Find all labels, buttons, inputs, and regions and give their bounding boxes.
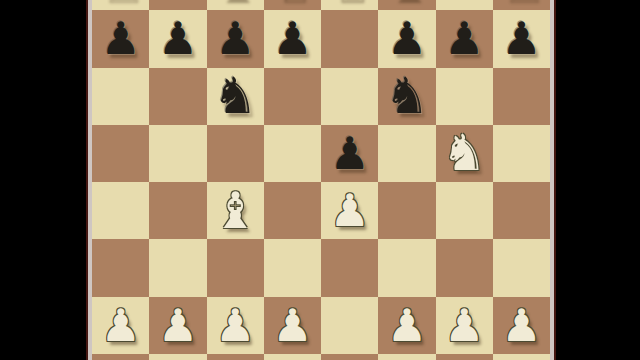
video-frame: ♜♝♛♚♝♜♟♟♟♟♟♟♟♞♞♟♞♝♟♟♟♟♟♟♟♟♜♞♝♛♚♜ <box>0 0 640 360</box>
piece-black-knight-f6[interactable]: ♞ <box>384 71 429 121</box>
square-c6[interactable]: ♞ <box>207 68 264 125</box>
square-f1[interactable] <box>378 354 435 360</box>
piece-white-knight-g5[interactable]: ♞ <box>442 128 487 178</box>
square-g2[interactable]: ♟ <box>436 297 493 354</box>
square-e2[interactable] <box>321 297 378 354</box>
square-e5[interactable]: ♟ <box>321 125 378 182</box>
square-b6[interactable] <box>149 68 206 125</box>
square-f5[interactable] <box>378 125 435 182</box>
square-d4[interactable] <box>264 182 321 239</box>
square-h6[interactable] <box>493 68 550 125</box>
square-b3[interactable] <box>149 239 206 296</box>
piece-black-pawn-c7[interactable]: ♟ <box>215 16 255 61</box>
square-e1[interactable]: ♚ <box>321 354 378 360</box>
square-d3[interactable] <box>264 239 321 296</box>
square-h7[interactable]: ♟ <box>493 10 550 67</box>
square-c8[interactable]: ♝ <box>207 0 264 10</box>
piece-black-pawn-d7[interactable]: ♟ <box>272 16 312 61</box>
piece-white-bishop-c4[interactable]: ♝ <box>213 186 258 236</box>
piece-black-pawn-g7[interactable]: ♟ <box>444 16 484 61</box>
square-g7[interactable]: ♟ <box>436 10 493 67</box>
square-f2[interactable]: ♟ <box>378 297 435 354</box>
square-h8[interactable]: ♜ <box>493 0 550 10</box>
square-b1[interactable]: ♞ <box>149 354 206 360</box>
square-h1[interactable]: ♜ <box>493 354 550 360</box>
square-c7[interactable]: ♟ <box>207 10 264 67</box>
square-f3[interactable] <box>378 239 435 296</box>
square-a7[interactable]: ♟ <box>92 10 149 67</box>
piece-black-pawn-e5[interactable]: ♟ <box>329 131 369 176</box>
square-d5[interactable] <box>264 125 321 182</box>
square-e7[interactable] <box>321 10 378 67</box>
piece-black-knight-c6[interactable]: ♞ <box>213 71 258 121</box>
piece-black-queen-d8[interactable]: ♛ <box>270 0 315 7</box>
piece-white-pawn-e4[interactable]: ♟ <box>329 188 369 233</box>
square-a6[interactable] <box>92 68 149 125</box>
square-d7[interactable]: ♟ <box>264 10 321 67</box>
square-e6[interactable] <box>321 68 378 125</box>
letterbox-left <box>0 0 86 360</box>
piece-black-pawn-b7[interactable]: ♟ <box>158 16 198 61</box>
chess-board: ♜♝♛♚♝♜♟♟♟♟♟♟♟♞♞♟♞♝♟♟♟♟♟♟♟♟♜♞♝♛♚♜ <box>92 0 550 360</box>
square-e8[interactable]: ♚ <box>321 0 378 10</box>
square-g4[interactable] <box>436 182 493 239</box>
square-e4[interactable]: ♟ <box>321 182 378 239</box>
square-a4[interactable] <box>92 182 149 239</box>
square-c3[interactable] <box>207 239 264 296</box>
square-b2[interactable]: ♟ <box>149 297 206 354</box>
square-h3[interactable] <box>493 239 550 296</box>
square-c1[interactable]: ♝ <box>207 354 264 360</box>
square-g8[interactable] <box>436 0 493 10</box>
square-a5[interactable] <box>92 125 149 182</box>
square-f4[interactable] <box>378 182 435 239</box>
square-b4[interactable] <box>149 182 206 239</box>
square-d8[interactable]: ♛ <box>264 0 321 10</box>
piece-black-rook-a8[interactable]: ♜ <box>98 0 143 7</box>
piece-black-king-e8[interactable]: ♚ <box>327 0 372 7</box>
square-a8[interactable]: ♜ <box>92 0 149 10</box>
chess-board-frame: ♜♝♛♚♝♜♟♟♟♟♟♟♟♞♞♟♞♝♟♟♟♟♟♟♟♟♜♞♝♛♚♜ <box>86 0 556 360</box>
chess-board-border: ♜♝♛♚♝♜♟♟♟♟♟♟♟♞♞♟♞♝♟♟♟♟♟♟♟♟♜♞♝♛♚♜ <box>88 0 554 360</box>
square-f6[interactable]: ♞ <box>378 68 435 125</box>
piece-white-pawn-d2[interactable]: ♟ <box>272 303 312 348</box>
square-d6[interactable] <box>264 68 321 125</box>
square-f7[interactable]: ♟ <box>378 10 435 67</box>
square-b5[interactable] <box>149 125 206 182</box>
piece-black-pawn-f7[interactable]: ♟ <box>387 16 427 61</box>
letterbox-right <box>556 0 640 360</box>
square-e3[interactable] <box>321 239 378 296</box>
square-g3[interactable] <box>436 239 493 296</box>
piece-black-bishop-f8[interactable]: ♝ <box>384 0 429 7</box>
square-h4[interactable] <box>493 182 550 239</box>
piece-black-bishop-c8[interactable]: ♝ <box>213 0 258 7</box>
square-a2[interactable]: ♟ <box>92 297 149 354</box>
piece-white-pawn-g2[interactable]: ♟ <box>444 303 484 348</box>
square-a3[interactable] <box>92 239 149 296</box>
square-b8[interactable] <box>149 0 206 10</box>
square-d1[interactable]: ♛ <box>264 354 321 360</box>
square-g6[interactable] <box>436 68 493 125</box>
piece-white-pawn-f2[interactable]: ♟ <box>387 303 427 348</box>
square-g1[interactable] <box>436 354 493 360</box>
square-b7[interactable]: ♟ <box>149 10 206 67</box>
square-d2[interactable]: ♟ <box>264 297 321 354</box>
piece-white-pawn-h2[interactable]: ♟ <box>501 303 541 348</box>
piece-black-pawn-h7[interactable]: ♟ <box>501 16 541 61</box>
square-h2[interactable]: ♟ <box>493 297 550 354</box>
square-f8[interactable]: ♝ <box>378 0 435 10</box>
piece-black-rook-h8[interactable]: ♜ <box>499 0 544 7</box>
piece-white-pawn-b2[interactable]: ♟ <box>158 303 198 348</box>
piece-white-pawn-c2[interactable]: ♟ <box>215 303 255 348</box>
piece-white-pawn-a2[interactable]: ♟ <box>100 303 140 348</box>
piece-black-pawn-a7[interactable]: ♟ <box>100 16 140 61</box>
square-c5[interactable] <box>207 125 264 182</box>
square-g5[interactable]: ♞ <box>436 125 493 182</box>
square-c2[interactable]: ♟ <box>207 297 264 354</box>
square-a1[interactable]: ♜ <box>92 354 149 360</box>
square-h5[interactable] <box>493 125 550 182</box>
square-c4[interactable]: ♝ <box>207 182 264 239</box>
